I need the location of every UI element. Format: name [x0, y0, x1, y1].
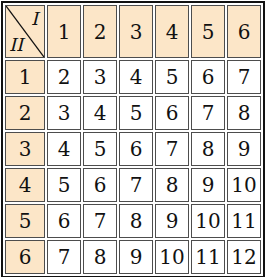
- dice-sum-table: I II 12345612345672345678345678945678910…: [1, 1, 265, 277]
- sum-cell-r5c6: 11: [227, 204, 261, 238]
- sum-cell-r4c5: 9: [191, 168, 225, 202]
- row-header-6: 6: [5, 240, 45, 274]
- sum-cell-r3c4: 7: [155, 132, 189, 166]
- sum-cell-r3c2: 5: [83, 132, 117, 166]
- sum-cell-r6c2: 8: [83, 240, 117, 274]
- column-header-4: 4: [155, 5, 189, 58]
- sum-cell-r5c1: 6: [47, 204, 81, 238]
- sum-cell-r1c4: 5: [155, 60, 189, 94]
- column-axis-label: I: [31, 10, 38, 28]
- sum-cell-r2c2: 4: [83, 96, 117, 130]
- sum-cell-r2c5: 7: [191, 96, 225, 130]
- sum-cell-r4c6: 10: [227, 168, 261, 202]
- sum-cell-r1c6: 7: [227, 60, 261, 94]
- column-header-6: 6: [227, 5, 261, 58]
- sum-cell-r5c3: 8: [119, 204, 153, 238]
- row-header-2: 2: [5, 96, 45, 130]
- sum-cell-r3c6: 9: [227, 132, 261, 166]
- sum-cell-r6c3: 9: [119, 240, 153, 274]
- sum-cell-r2c6: 8: [227, 96, 261, 130]
- row-header-5: 5: [5, 204, 45, 238]
- sum-cell-r5c5: 10: [191, 204, 225, 238]
- column-header-5: 5: [191, 5, 225, 58]
- sum-cell-r6c5: 11: [191, 240, 225, 274]
- sum-cell-r3c5: 8: [191, 132, 225, 166]
- sum-cell-r6c4: 10: [155, 240, 189, 274]
- row-header-1: 1: [5, 60, 45, 94]
- row-header-4: 4: [5, 168, 45, 202]
- sum-cell-r4c4: 8: [155, 168, 189, 202]
- sum-cell-r2c1: 3: [47, 96, 81, 130]
- sum-cell-r5c2: 7: [83, 204, 117, 238]
- row-header-3: 3: [5, 132, 45, 166]
- sum-cell-r6c1: 7: [47, 240, 81, 274]
- sum-cell-r2c4: 6: [155, 96, 189, 130]
- column-header-1: 1: [47, 5, 81, 58]
- page: I II 12345612345672345678345678945678910…: [0, 0, 265, 277]
- corner-header-cell: I II: [5, 5, 45, 58]
- sum-cell-r1c5: 6: [191, 60, 225, 94]
- sum-cell-r4c2: 6: [83, 168, 117, 202]
- sum-cell-r1c1: 2: [47, 60, 81, 94]
- sum-cell-r4c3: 7: [119, 168, 153, 202]
- sum-cell-r1c2: 3: [83, 60, 117, 94]
- sum-cell-r3c1: 4: [47, 132, 81, 166]
- sum-cell-r5c4: 9: [155, 204, 189, 238]
- sum-cell-r6c6: 12: [227, 240, 261, 274]
- sum-cell-r3c3: 6: [119, 132, 153, 166]
- column-header-3: 3: [119, 5, 153, 58]
- sum-cell-r1c3: 4: [119, 60, 153, 94]
- sum-cell-r4c1: 5: [47, 168, 81, 202]
- sum-cell-r2c3: 5: [119, 96, 153, 130]
- column-header-2: 2: [83, 5, 117, 58]
- row-axis-label: II: [9, 36, 23, 54]
